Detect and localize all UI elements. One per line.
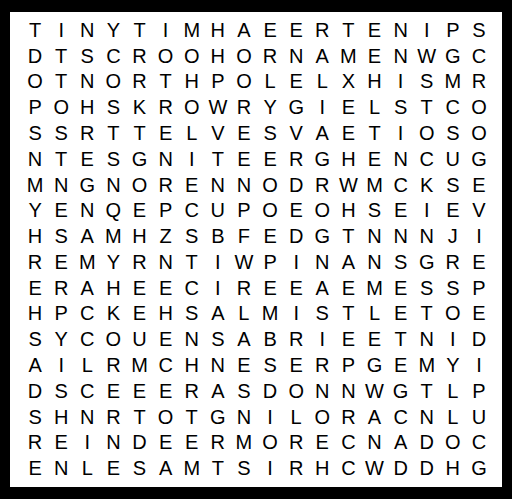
grid-cell[interactable]: E: [335, 94, 361, 120]
grid-cell[interactable]: M: [22, 172, 48, 198]
grid-cell[interactable]: R: [231, 275, 257, 301]
grid-cell[interactable]: C: [179, 275, 205, 301]
grid-cell[interactable]: R: [466, 69, 492, 95]
grid-cell[interactable]: S: [361, 197, 387, 223]
grid-cell[interactable]: L: [257, 69, 283, 95]
grid-cell[interactable]: W: [205, 94, 231, 120]
grid-cell[interactable]: E: [100, 455, 126, 481]
grid-cell[interactable]: I: [309, 326, 335, 352]
grid-cell[interactable]: S: [48, 223, 74, 249]
grid-cell[interactable]: P: [466, 378, 492, 404]
grid-cell[interactable]: L: [361, 94, 387, 120]
grid-cell[interactable]: I: [74, 429, 100, 455]
grid-cell[interactable]: A: [231, 326, 257, 352]
grid-cell[interactable]: T: [414, 94, 440, 120]
grid-cell[interactable]: E: [153, 378, 179, 404]
grid-cell[interactable]: E: [283, 275, 309, 301]
grid-cell[interactable]: N: [231, 404, 257, 430]
grid-cell[interactable]: E: [283, 17, 309, 43]
grid-cell[interactable]: J: [440, 223, 466, 249]
grid-cell[interactable]: A: [74, 275, 100, 301]
grid-cell[interactable]: I: [153, 17, 179, 43]
grid-cell[interactable]: S: [466, 17, 492, 43]
grid-cell[interactable]: N: [414, 404, 440, 430]
grid-cell[interactable]: A: [74, 223, 100, 249]
grid-cell[interactable]: H: [205, 43, 231, 69]
grid-cell[interactable]: S: [440, 172, 466, 198]
grid-cell[interactable]: G: [466, 455, 492, 481]
grid-cell[interactable]: S: [231, 378, 257, 404]
grid-cell[interactable]: D: [126, 429, 152, 455]
grid-cell[interactable]: I: [205, 275, 231, 301]
grid-cell[interactable]: T: [100, 120, 126, 146]
grid-cell[interactable]: T: [205, 455, 231, 481]
grid-cell[interactable]: L: [231, 301, 257, 327]
grid-cell[interactable]: O: [440, 429, 466, 455]
grid-cell[interactable]: R: [309, 352, 335, 378]
grid-cell[interactable]: G: [74, 172, 100, 198]
grid-cell[interactable]: A: [205, 378, 231, 404]
grid-cell[interactable]: S: [48, 120, 74, 146]
grid-cell[interactable]: N: [388, 146, 414, 172]
grid-cell[interactable]: W: [361, 455, 387, 481]
grid-cell[interactable]: N: [361, 429, 387, 455]
grid-cell[interactable]: P: [22, 94, 48, 120]
grid-cell[interactable]: N: [74, 404, 100, 430]
grid-cell[interactable]: S: [309, 301, 335, 327]
grid-cell[interactable]: D: [283, 172, 309, 198]
grid-cell[interactable]: O: [179, 94, 205, 120]
grid-cell[interactable]: R: [74, 120, 100, 146]
grid-cell[interactable]: A: [205, 301, 231, 327]
grid-cell[interactable]: L: [283, 404, 309, 430]
grid-cell[interactable]: O: [309, 404, 335, 430]
grid-cell[interactable]: S: [22, 404, 48, 430]
grid-cell[interactable]: H: [22, 301, 48, 327]
grid-cell[interactable]: D: [257, 378, 283, 404]
grid-cell[interactable]: S: [440, 120, 466, 146]
grid-cell[interactable]: R: [22, 429, 48, 455]
grid-cell[interactable]: E: [153, 429, 179, 455]
grid-cell[interactable]: T: [414, 378, 440, 404]
grid-cell[interactable]: N: [335, 378, 361, 404]
grid-cell[interactable]: S: [440, 275, 466, 301]
grid-cell[interactable]: Y: [48, 326, 74, 352]
grid-cell[interactable]: E: [100, 378, 126, 404]
grid-cell[interactable]: N: [22, 146, 48, 172]
grid-cell[interactable]: E: [179, 172, 205, 198]
grid-cell[interactable]: E: [48, 429, 74, 455]
grid-cell[interactable]: S: [179, 301, 205, 327]
grid-cell[interactable]: X: [335, 69, 361, 95]
grid-cell[interactable]: T: [48, 146, 74, 172]
grid-cell[interactable]: R: [126, 43, 152, 69]
grid-cell[interactable]: L: [74, 352, 100, 378]
grid-cell[interactable]: D: [388, 455, 414, 481]
grid-cell[interactable]: C: [440, 94, 466, 120]
grid-cell[interactable]: E: [48, 249, 74, 275]
grid-cell[interactable]: Y: [22, 197, 48, 223]
grid-cell[interactable]: E: [126, 197, 152, 223]
grid-cell[interactable]: A: [22, 352, 48, 378]
grid-cell[interactable]: H: [179, 69, 205, 95]
grid-cell[interactable]: G: [205, 404, 231, 430]
grid-cell[interactable]: E: [335, 326, 361, 352]
grid-cell[interactable]: M: [126, 352, 152, 378]
grid-cell[interactable]: A: [153, 455, 179, 481]
grid-cell[interactable]: E: [22, 455, 48, 481]
grid-cell[interactable]: M: [440, 69, 466, 95]
grid-cell[interactable]: O: [231, 43, 257, 69]
grid-cell[interactable]: N: [414, 326, 440, 352]
grid-cell[interactable]: S: [205, 326, 231, 352]
grid-cell[interactable]: H: [126, 223, 152, 249]
grid-cell[interactable]: P: [153, 197, 179, 223]
grid-cell[interactable]: R: [100, 352, 126, 378]
grid-cell[interactable]: H: [100, 275, 126, 301]
grid-cell[interactable]: E: [361, 17, 387, 43]
grid-cell[interactable]: W: [414, 43, 440, 69]
grid-cell[interactable]: S: [414, 275, 440, 301]
grid-cell[interactable]: H: [74, 94, 100, 120]
grid-cell[interactable]: M: [414, 352, 440, 378]
grid-cell[interactable]: O: [22, 69, 48, 95]
grid-cell[interactable]: N: [309, 378, 335, 404]
grid-cell[interactable]: N: [179, 326, 205, 352]
grid-cell[interactable]: H: [48, 404, 74, 430]
grid-cell[interactable]: E: [153, 326, 179, 352]
grid-cell[interactable]: R: [179, 378, 205, 404]
grid-cell[interactable]: S: [100, 146, 126, 172]
grid-cell[interactable]: M: [361, 172, 387, 198]
grid-cell[interactable]: I: [283, 249, 309, 275]
grid-cell[interactable]: O: [48, 94, 74, 120]
grid-cell[interactable]: V: [283, 120, 309, 146]
grid-cell[interactable]: E: [22, 275, 48, 301]
grid-cell[interactable]: T: [335, 223, 361, 249]
grid-cell[interactable]: C: [74, 326, 100, 352]
grid-cell[interactable]: E: [231, 120, 257, 146]
grid-cell[interactable]: R: [440, 249, 466, 275]
grid-cell[interactable]: I: [309, 94, 335, 120]
grid-cell[interactable]: F: [231, 223, 257, 249]
grid-cell[interactable]: N: [414, 223, 440, 249]
grid-cell[interactable]: E: [283, 69, 309, 95]
grid-cell[interactable]: E: [231, 146, 257, 172]
grid-cell[interactable]: A: [388, 429, 414, 455]
grid-cell[interactable]: E: [388, 301, 414, 327]
grid-cell[interactable]: O: [309, 197, 335, 223]
grid-cell[interactable]: I: [179, 146, 205, 172]
grid-cell[interactable]: R: [153, 94, 179, 120]
grid-cell[interactable]: I: [466, 352, 492, 378]
grid-cell[interactable]: B: [257, 326, 283, 352]
grid-cell[interactable]: O: [257, 197, 283, 223]
grid-cell[interactable]: A: [231, 17, 257, 43]
grid-cell[interactable]: R: [283, 429, 309, 455]
grid-cell[interactable]: I: [414, 197, 440, 223]
grid-cell[interactable]: D: [283, 223, 309, 249]
grid-cell[interactable]: E: [257, 17, 283, 43]
grid-cell[interactable]: P: [466, 275, 492, 301]
grid-cell[interactable]: P: [48, 301, 74, 327]
grid-cell[interactable]: R: [257, 43, 283, 69]
grid-cell[interactable]: O: [466, 120, 492, 146]
grid-cell[interactable]: T: [179, 404, 205, 430]
grid-cell[interactable]: I: [414, 17, 440, 43]
grid-cell[interactable]: H: [179, 352, 205, 378]
grid-cell[interactable]: C: [335, 429, 361, 455]
grid-cell[interactable]: C: [74, 378, 100, 404]
grid-cell[interactable]: S: [126, 455, 152, 481]
grid-cell[interactable]: I: [466, 223, 492, 249]
grid-cell[interactable]: O: [414, 120, 440, 146]
grid-cell[interactable]: G: [126, 146, 152, 172]
grid-cell[interactable]: S: [231, 455, 257, 481]
grid-cell[interactable]: P: [335, 352, 361, 378]
grid-cell[interactable]: C: [74, 301, 100, 327]
grid-cell[interactable]: O: [466, 94, 492, 120]
grid-cell[interactable]: C: [466, 43, 492, 69]
grid-cell[interactable]: C: [466, 429, 492, 455]
grid-cell[interactable]: E: [388, 275, 414, 301]
grid-cell[interactable]: H: [361, 69, 387, 95]
grid-cell[interactable]: O: [126, 172, 152, 198]
grid-cell[interactable]: P: [205, 69, 231, 95]
grid-cell[interactable]: O: [257, 429, 283, 455]
grid-cell[interactable]: E: [466, 301, 492, 327]
grid-cell[interactable]: T: [388, 326, 414, 352]
grid-cell[interactable]: E: [466, 172, 492, 198]
grid-cell[interactable]: O: [153, 43, 179, 69]
grid-cell[interactable]: H: [309, 455, 335, 481]
grid-cell[interactable]: C: [335, 455, 361, 481]
grid-cell[interactable]: L: [309, 69, 335, 95]
grid-cell[interactable]: G: [440, 43, 466, 69]
grid-cell[interactable]: I: [48, 17, 74, 43]
grid-cell[interactable]: E: [179, 429, 205, 455]
grid-cell[interactable]: E: [361, 326, 387, 352]
grid-cell[interactable]: W: [231, 249, 257, 275]
grid-cell[interactable]: C: [388, 172, 414, 198]
grid-cell[interactable]: S: [179, 223, 205, 249]
grid-cell[interactable]: I: [205, 249, 231, 275]
grid-cell[interactable]: D: [22, 43, 48, 69]
grid-cell[interactable]: S: [100, 94, 126, 120]
grid-cell[interactable]: E: [388, 197, 414, 223]
grid-cell[interactable]: U: [466, 404, 492, 430]
grid-cell[interactable]: T: [153, 69, 179, 95]
grid-cell[interactable]: E: [48, 197, 74, 223]
grid-cell[interactable]: E: [466, 249, 492, 275]
grid-cell[interactable]: Y: [257, 94, 283, 120]
grid-cell[interactable]: Y: [100, 249, 126, 275]
grid-cell[interactable]: E: [361, 43, 387, 69]
grid-cell[interactable]: N: [153, 249, 179, 275]
grid-cell[interactable]: R: [22, 249, 48, 275]
grid-cell[interactable]: C: [179, 197, 205, 223]
grid-cell[interactable]: E: [153, 120, 179, 146]
grid-cell[interactable]: E: [335, 120, 361, 146]
grid-cell[interactable]: E: [440, 197, 466, 223]
grid-cell[interactable]: U: [126, 326, 152, 352]
grid-cell[interactable]: M: [74, 249, 100, 275]
grid-cell[interactable]: W: [361, 378, 387, 404]
grid-cell[interactable]: W: [335, 172, 361, 198]
grid-cell[interactable]: E: [231, 352, 257, 378]
grid-cell[interactable]: R: [309, 172, 335, 198]
grid-cell[interactable]: C: [414, 146, 440, 172]
grid-cell[interactable]: R: [100, 404, 126, 430]
grid-cell[interactable]: E: [126, 378, 152, 404]
grid-cell[interactable]: T: [361, 120, 387, 146]
grid-cell[interactable]: E: [126, 275, 152, 301]
grid-cell[interactable]: U: [440, 146, 466, 172]
grid-cell[interactable]: N: [48, 455, 74, 481]
grid-cell[interactable]: N: [153, 146, 179, 172]
grid-cell[interactable]: O: [440, 301, 466, 327]
grid-cell[interactable]: P: [231, 197, 257, 223]
grid-cell[interactable]: G: [414, 249, 440, 275]
grid-cell[interactable]: S: [257, 352, 283, 378]
grid-cell[interactable]: L: [440, 404, 466, 430]
grid-cell[interactable]: R: [309, 17, 335, 43]
grid-cell[interactable]: I: [283, 301, 309, 327]
grid-cell[interactable]: R: [126, 69, 152, 95]
grid-cell[interactable]: N: [205, 352, 231, 378]
grid-cell[interactable]: E: [283, 197, 309, 223]
grid-cell[interactable]: T: [205, 146, 231, 172]
grid-cell[interactable]: H: [335, 197, 361, 223]
grid-cell[interactable]: S: [257, 120, 283, 146]
grid-cell[interactable]: U: [205, 197, 231, 223]
grid-cell[interactable]: R: [126, 249, 152, 275]
grid-cell[interactable]: R: [335, 404, 361, 430]
grid-cell[interactable]: M: [335, 43, 361, 69]
grid-cell[interactable]: N: [388, 223, 414, 249]
grid-cell[interactable]: K: [100, 301, 126, 327]
grid-cell[interactable]: N: [48, 172, 74, 198]
grid-cell[interactable]: E: [257, 146, 283, 172]
grid-cell[interactable]: O: [100, 326, 126, 352]
grid-cell[interactable]: K: [414, 172, 440, 198]
grid-cell[interactable]: S: [22, 120, 48, 146]
grid-cell[interactable]: R: [283, 455, 309, 481]
grid-cell[interactable]: L: [179, 120, 205, 146]
grid-cell[interactable]: O: [153, 404, 179, 430]
grid-cell[interactable]: G: [388, 378, 414, 404]
grid-cell[interactable]: C: [388, 404, 414, 430]
grid-cell[interactable]: T: [126, 404, 152, 430]
grid-cell[interactable]: E: [126, 301, 152, 327]
grid-cell[interactable]: L: [74, 455, 100, 481]
grid-cell[interactable]: I: [48, 352, 74, 378]
grid-cell[interactable]: N: [74, 69, 100, 95]
grid-cell[interactable]: N: [309, 249, 335, 275]
grid-cell[interactable]: D: [466, 326, 492, 352]
grid-cell[interactable]: E: [257, 275, 283, 301]
grid-cell[interactable]: T: [335, 301, 361, 327]
grid-cell[interactable]: R: [231, 94, 257, 120]
grid-cell[interactable]: T: [179, 249, 205, 275]
grid-cell[interactable]: I: [257, 455, 283, 481]
grid-cell[interactable]: M: [179, 455, 205, 481]
grid-cell[interactable]: E: [361, 146, 387, 172]
grid-cell[interactable]: G: [361, 352, 387, 378]
grid-cell[interactable]: D: [22, 378, 48, 404]
grid-cell[interactable]: O: [257, 172, 283, 198]
grid-cell[interactable]: N: [283, 43, 309, 69]
grid-cell[interactable]: C: [153, 352, 179, 378]
grid-cell[interactable]: N: [74, 17, 100, 43]
grid-cell[interactable]: H: [22, 223, 48, 249]
grid-cell[interactable]: D: [414, 455, 440, 481]
grid-cell[interactable]: M: [100, 223, 126, 249]
grid-cell[interactable]: O: [283, 378, 309, 404]
grid-cell[interactable]: S: [22, 326, 48, 352]
grid-cell[interactable]: T: [22, 17, 48, 43]
grid-cell[interactable]: G: [466, 146, 492, 172]
grid-cell[interactable]: E: [388, 352, 414, 378]
grid-cell[interactable]: I: [388, 120, 414, 146]
grid-cell[interactable]: H: [440, 455, 466, 481]
grid-cell[interactable]: E: [335, 275, 361, 301]
grid-cell[interactable]: M: [179, 17, 205, 43]
grid-cell[interactable]: T: [414, 301, 440, 327]
grid-cell[interactable]: G: [309, 146, 335, 172]
grid-cell[interactable]: Y: [100, 17, 126, 43]
grid-cell[interactable]: A: [361, 404, 387, 430]
grid-cell[interactable]: T: [335, 17, 361, 43]
grid-cell[interactable]: T: [126, 120, 152, 146]
grid-cell[interactable]: N: [361, 249, 387, 275]
grid-cell[interactable]: A: [309, 275, 335, 301]
grid-cell[interactable]: L: [440, 378, 466, 404]
grid-cell[interactable]: I: [388, 69, 414, 95]
grid-cell[interactable]: E: [257, 223, 283, 249]
grid-cell[interactable]: I: [440, 326, 466, 352]
grid-cell[interactable]: P: [440, 17, 466, 43]
grid-cell[interactable]: E: [153, 275, 179, 301]
grid-cell[interactable]: E: [283, 352, 309, 378]
grid-cell[interactable]: N: [231, 172, 257, 198]
grid-cell[interactable]: T: [48, 69, 74, 95]
grid-cell[interactable]: N: [74, 197, 100, 223]
grid-cell[interactable]: E: [309, 429, 335, 455]
grid-cell[interactable]: N: [388, 17, 414, 43]
grid-cell[interactable]: N: [361, 223, 387, 249]
grid-cell[interactable]: Z: [153, 223, 179, 249]
grid-cell[interactable]: R: [153, 172, 179, 198]
grid-cell[interactable]: H: [205, 17, 231, 43]
grid-cell[interactable]: T: [126, 17, 152, 43]
grid-cell[interactable]: S: [388, 94, 414, 120]
grid-cell[interactable]: O: [231, 69, 257, 95]
grid-cell[interactable]: R: [283, 326, 309, 352]
grid-cell[interactable]: H: [335, 146, 361, 172]
grid-cell[interactable]: O: [179, 43, 205, 69]
grid-cell[interactable]: Q: [100, 197, 126, 223]
grid-cell[interactable]: V: [466, 197, 492, 223]
grid-cell[interactable]: H: [153, 301, 179, 327]
grid-cell[interactable]: P: [257, 249, 283, 275]
grid-cell[interactable]: K: [126, 94, 152, 120]
grid-cell[interactable]: S: [388, 249, 414, 275]
grid-cell[interactable]: A: [335, 249, 361, 275]
grid-cell[interactable]: N: [388, 43, 414, 69]
grid-cell[interactable]: C: [100, 43, 126, 69]
grid-cell[interactable]: N: [205, 172, 231, 198]
